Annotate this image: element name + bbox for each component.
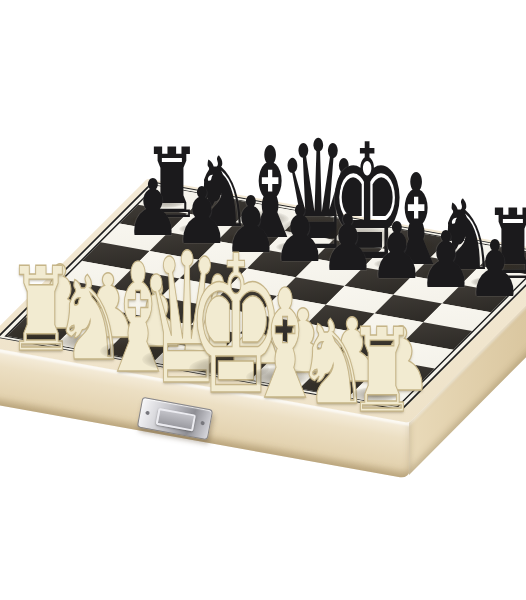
piece-white-rook[interactable]: ♜ (348, 313, 417, 429)
piece-black-pawn[interactable]: ♟ (369, 212, 425, 290)
piece-black-pawn[interactable]: ♟ (467, 229, 523, 307)
chess-set-photo: ♜♞♝♛♚♝♞♜♟♟♟♟♟♟♟♟♟♟♟♟♟♟♟♟♜♞♝♛♚♝♞♜ (0, 0, 526, 600)
pieces-layer: ♜♞♝♛♚♝♞♜♟♟♟♟♟♟♟♟♟♟♟♟♟♟♟♟♜♞♝♛♚♝♞♜ (0, 0, 526, 600)
piece-black-pawn[interactable]: ♟ (320, 203, 376, 281)
piece-black-pawn[interactable]: ♟ (418, 221, 474, 299)
